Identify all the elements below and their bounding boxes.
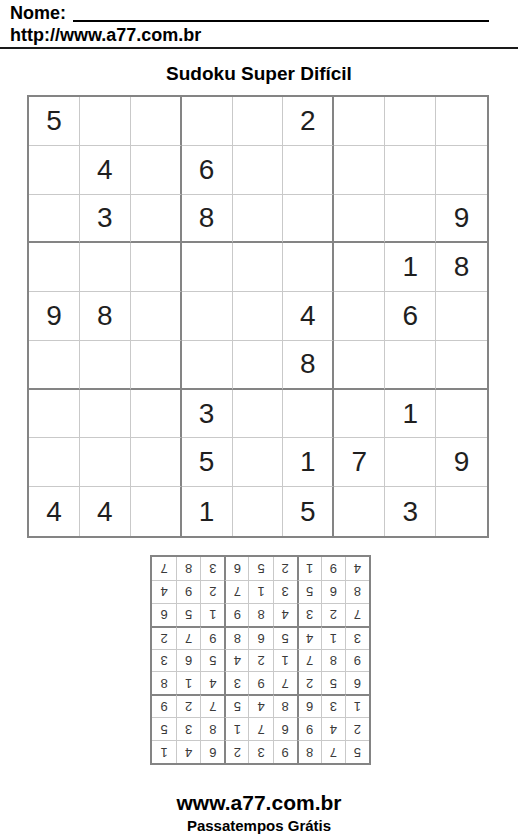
puzzle-cell-r7c7 [334,390,385,439]
solution-cell-r6c6: 8 [224,626,248,649]
puzzle-cell-r8c1 [29,438,80,487]
puzzle-cell-r1c4 [182,97,233,146]
solution-cell-r1c3: 8 [297,740,321,763]
solution-cell-r7c7: 1 [200,603,224,626]
puzzle-cell-r3c1 [29,195,80,244]
puzzle-cell-r7c9 [436,390,487,439]
puzzle-cell-r7c5 [233,390,284,439]
puzzle-cell-r4c5 [233,243,284,292]
solution-cell-r1c5: 3 [248,740,272,763]
puzzle-cell-r6c3 [131,341,182,390]
puzzle-cell-r4c2 [80,243,131,292]
puzzle-cell-r1c9 [436,97,487,146]
puzzle-cell-r1c7 [334,97,385,146]
puzzle-cell-r3c6 [283,195,334,244]
puzzle-cell-r3c9: 9 [436,195,487,244]
solution-cell-r4c7: 4 [200,671,224,694]
puzzle-cell-r2c5 [233,146,284,195]
solution-cell-r8c2: 6 [321,580,345,603]
solution-cell-r5c7: 5 [200,649,224,672]
solution-cell-r4c8: 1 [176,671,200,694]
solution-cell-r9c9: 7 [152,557,176,580]
solution-cell-r7c9: 6 [152,603,176,626]
puzzle-cell-r9c9 [436,487,487,536]
puzzle-cell-r8c5 [233,438,284,487]
puzzle-cell-r7c2 [80,390,131,439]
puzzle-cell-r3c7 [334,195,385,244]
header: Nome: http://www.a77.com.br [10,3,508,46]
solution-cell-r5c6: 4 [224,649,248,672]
solution-cell-r3c4: 8 [273,694,297,717]
puzzle-cell-r4c7 [334,243,385,292]
solution-cell-r5c8: 6 [176,649,200,672]
solution-cell-r8c1: 8 [345,580,369,603]
puzzle-cell-r4c4 [182,243,233,292]
puzzle-cell-r9c1: 4 [29,487,80,536]
footer-site: www.a77.com.br [0,791,518,815]
puzzle-cell-r3c5 [233,195,284,244]
footer-tagline: Passatempos Grátis [0,817,518,835]
solution-cell-r9c3: 1 [297,557,321,580]
puzzle-cell-r7c8: 1 [385,390,436,439]
site-url: http://www.a77.com.br [10,25,508,46]
page-title: Sudoku Super Difícil [0,63,518,85]
puzzle-cell-r9c7 [334,487,385,536]
solution-cell-r8c9: 4 [152,580,176,603]
puzzle-cell-r6c6: 8 [283,341,334,390]
puzzle-cell-r8c2 [80,438,131,487]
puzzle-cell-r6c1 [29,341,80,390]
puzzle-cell-r7c6 [283,390,334,439]
puzzle-cell-r4c9: 8 [436,243,487,292]
solution-cell-r8c4: 3 [273,580,297,603]
solution-cell-r1c1: 5 [345,740,369,763]
puzzle-cell-r7c1 [29,390,80,439]
puzzle-cell-r5c1: 9 [29,292,80,341]
solution-cell-r2c6: 1 [224,717,248,740]
solution-cell-r3c7: 7 [200,694,224,717]
puzzle-cell-r9c4: 1 [182,487,233,536]
solution-cell-r4c9: 8 [152,671,176,694]
solution-cell-r3c3: 6 [297,694,321,717]
solution-cell-r6c8: 7 [176,626,200,649]
solution-cell-r9c5: 5 [248,557,272,580]
solution-cell-r4c6: 3 [224,671,248,694]
puzzle-cell-r5c5 [233,292,284,341]
puzzle-cell-r8c3 [131,438,182,487]
puzzle-cell-r6c4 [182,341,233,390]
puzzle-cell-r8c4: 5 [182,438,233,487]
solution-cell-r9c8: 8 [176,557,200,580]
solution-cell-r3c5: 4 [248,694,272,717]
puzzle-cell-r2c7 [334,146,385,195]
solution-cell-r2c5: 7 [248,717,272,740]
puzzle-cell-r5c9 [436,292,487,341]
solution-cell-r5c9: 3 [152,649,176,672]
solution-cell-r2c7: 8 [200,717,224,740]
puzzle-cell-r8c6: 1 [283,438,334,487]
solution-cell-r9c1: 4 [345,557,369,580]
solution-cell-r9c4: 2 [273,557,297,580]
puzzle-cell-r2c3 [131,146,182,195]
puzzle-cell-r9c2: 4 [80,487,131,536]
puzzle-cell-r1c1: 5 [29,97,80,146]
solution-cell-r6c3: 4 [297,626,321,649]
puzzle-cell-r1c3 [131,97,182,146]
puzzle-cell-r4c1 [29,243,80,292]
solution-cell-r3c2: 3 [321,694,345,717]
puzzle-cell-r5c6: 4 [283,292,334,341]
solution-cell-r9c6: 6 [224,557,248,580]
puzzle-cell-r1c2 [80,97,131,146]
solution-cell-r5c1: 9 [345,649,369,672]
solution-cell-r4c3: 2 [297,671,321,694]
solution-cell-r2c2: 4 [321,717,345,740]
puzzle-cell-r4c6 [283,243,334,292]
puzzle-cell-r7c3 [131,390,182,439]
puzzle-cell-r6c5 [233,341,284,390]
solution-cell-r6c5: 6 [248,626,272,649]
solution-cell-r1c9: 1 [152,740,176,763]
solution-cell-r3c6: 5 [224,694,248,717]
puzzle-cell-r2c4: 6 [182,146,233,195]
solution-cell-r9c2: 9 [321,557,345,580]
solution-cell-r4c4: 7 [273,671,297,694]
solution-cell-r8c7: 2 [200,580,224,603]
solution-cell-r7c6: 9 [224,603,248,626]
name-line: Nome: [10,3,508,23]
puzzle-cell-r1c8 [385,97,436,146]
solution-cell-r6c9: 2 [152,626,176,649]
solution-cell-r8c6: 7 [224,580,248,603]
solution-cell-r6c7: 9 [200,626,224,649]
puzzle-cell-r5c4 [182,292,233,341]
puzzle-cell-r9c8: 3 [385,487,436,536]
name-label: Nome: [10,3,66,23]
solution-cell-r1c2: 7 [321,740,345,763]
puzzle-cell-r3c4: 8 [182,195,233,244]
solution-cell-r7c4: 4 [273,603,297,626]
solution-cell-r8c8: 9 [176,580,200,603]
puzzle-cell-r5c7 [334,292,385,341]
puzzle-cell-r4c8: 1 [385,243,436,292]
solution-cell-r5c5: 2 [248,649,272,672]
solution-cell-r1c6: 2 [224,740,248,763]
solution-cell-r2c8: 3 [176,717,200,740]
puzzle-cell-r2c8 [385,146,436,195]
puzzle-cell-r9c5 [233,487,284,536]
solution-cell-r9c7: 3 [200,557,224,580]
solution-cell-r5c2: 8 [321,649,345,672]
puzzle-cell-r2c6 [283,146,334,195]
puzzle-cell-r8c9: 9 [436,438,487,487]
solution-cell-r7c1: 7 [345,603,369,626]
puzzle-cell-r6c7 [334,341,385,390]
puzzle-cell-r5c8: 6 [385,292,436,341]
solution-cell-r7c2: 2 [321,603,345,626]
puzzle-cell-r4c3 [131,243,182,292]
puzzle-cell-r3c8 [385,195,436,244]
puzzle-cell-r9c3 [131,487,182,536]
puzzle-cell-r6c8 [385,341,436,390]
solution-cell-r6c4: 5 [273,626,297,649]
solution-cell-r5c4: 1 [273,649,297,672]
solution-cell-r2c4: 6 [273,717,297,740]
puzzle-cell-r1c5 [233,97,284,146]
solution-cell-r3c8: 2 [176,694,200,717]
solution-cell-r8c3: 5 [297,580,321,603]
solution-cell-r2c1: 2 [345,717,369,740]
solution-cell-r4c1: 6 [345,671,369,694]
solution-cell-r2c3: 9 [297,717,321,740]
puzzle-cell-r6c9 [436,341,487,390]
solution-cell-r5c3: 7 [297,649,321,672]
solution-cell-r6c2: 1 [321,626,345,649]
puzzle-cell-r3c3 [131,195,182,244]
puzzle-cell-r5c3 [131,292,182,341]
solution-cell-r1c8: 4 [176,740,200,763]
puzzle-cell-r2c2: 4 [80,146,131,195]
header-rule [0,47,518,49]
puzzle-cell-r9c6: 5 [283,487,334,536]
footer: www.a77.com.br Passatempos Grátis [0,791,518,835]
solution-cell-r2c9: 5 [152,717,176,740]
solution-cell-r1c7: 6 [200,740,224,763]
solution-cell-r6c1: 3 [345,626,369,649]
solution-cell-r4c5: 9 [248,671,272,694]
puzzle-cell-r3c2: 3 [80,195,131,244]
solution-cell-r1c4: 9 [273,740,297,763]
name-fill-in-line [73,20,489,22]
puzzle-cell-r6c2 [80,341,131,390]
solution-cell-r3c1: 1 [345,694,369,717]
solution-cell-r7c3: 3 [297,603,321,626]
puzzle-cell-r5c2: 8 [80,292,131,341]
puzzle-cell-r8c8 [385,438,436,487]
puzzle-grid: 5246389189846831517944153 [27,95,489,538]
solution-grid: 5789326412496718351368457296527934189871… [150,555,371,765]
solution-cell-r7c5: 8 [248,603,272,626]
solution-cell-r4c2: 5 [321,671,345,694]
puzzle-cell-r8c7: 7 [334,438,385,487]
puzzle-cell-r2c9 [436,146,487,195]
solution-cell-r8c5: 1 [248,580,272,603]
solution-cell-r3c9: 9 [152,694,176,717]
puzzle-cell-r1c6: 2 [283,97,334,146]
solution-cell-r7c8: 5 [176,603,200,626]
puzzle-cell-r2c1 [29,146,80,195]
puzzle-cell-r7c4: 3 [182,390,233,439]
